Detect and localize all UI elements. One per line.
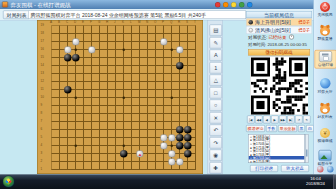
black-captures: 提0子 xyxy=(298,19,310,26)
sidebar-button-orb[interactable]: 对弈大厅 xyxy=(315,78,335,94)
board-letter-label: B xyxy=(58,21,60,24)
go-app-window: 弈友围棋 - 在线打谱观战 对局列表 腾讯野狐围棋对弈平台 2018-08-24… xyxy=(0,0,336,189)
nav-button[interactable]: ▶| xyxy=(287,116,295,124)
black-stone xyxy=(64,86,72,94)
board-number-label: 7 xyxy=(41,120,43,123)
board-number-label: 11 xyxy=(41,88,44,91)
star-point xyxy=(123,97,126,100)
start-button[interactable] xyxy=(3,176,15,188)
board-number-label: 18 xyxy=(41,32,44,35)
board-number-label: 5 xyxy=(41,136,43,139)
toolbar-button[interactable]: ◉ xyxy=(210,150,223,162)
white-captures: 提0子 xyxy=(298,27,310,34)
nav-button[interactable]: ◀ xyxy=(263,116,271,124)
board-letter-label: K xyxy=(122,21,124,24)
printer-icon xyxy=(319,51,332,62)
view-option-buttons: 棋谱评论手数显示坐标黑白 xyxy=(246,125,314,133)
toolbar-button[interactable]: ↷ xyxy=(210,137,223,149)
board-letter-label: D xyxy=(74,21,76,24)
black-stone xyxy=(184,134,192,142)
black-stone-icon xyxy=(249,20,254,25)
titlebar-menu-icon[interactable] xyxy=(223,2,229,8)
move-nav-buttons: |◀◀◀◀▶▶▶▶|↺↻ xyxy=(247,116,312,125)
sidebar-button-coin[interactable]: ¥棋谱商城 xyxy=(315,128,335,144)
sidebar-button-power[interactable]: 关闭棋局 xyxy=(315,2,335,18)
screen: 弈友围棋 - 在线打谱观战 对局列表 腾讯野狐围棋对弈平台 2018-08-24… xyxy=(0,0,336,189)
board-number-label: 15 xyxy=(41,56,44,59)
board-letter-label: P xyxy=(162,21,164,24)
orb-icon xyxy=(320,78,331,89)
qr-header: 微信扫码观战 xyxy=(248,49,310,56)
nav-button[interactable]: ◀◀ xyxy=(255,116,263,124)
board-letter-label: N xyxy=(146,21,148,24)
fox-icon xyxy=(320,26,330,36)
board-number-label: 10 xyxy=(41,96,44,99)
qr-code xyxy=(250,57,308,115)
last-move-marker: ▲ xyxy=(136,150,144,158)
board-letter-label: A xyxy=(50,21,52,24)
board-number-label: 4 xyxy=(41,144,43,147)
power-icon xyxy=(320,2,330,12)
game-time-line: 对局时间: 2018-08-25 00:00:35 xyxy=(246,42,312,49)
star-point xyxy=(171,97,174,100)
black-stone xyxy=(176,142,184,150)
sidebar-button-label: 棋谱商城 xyxy=(315,139,335,144)
move-list[interactable]: ○ 第168手(白)● 第169手(黑)○ 第170手(白)● 第171手(黑)… xyxy=(248,134,305,163)
sidebar-button-label: 对弈大厅 xyxy=(315,89,335,94)
sidebar-button-photo[interactable]: 截图分享 xyxy=(315,150,335,167)
white-stone xyxy=(168,150,176,158)
board-number-label: 2 xyxy=(41,160,43,163)
sidebar-button-label: 自动打谱 xyxy=(315,63,336,68)
black-stone xyxy=(72,54,80,62)
board-letter-label: Q xyxy=(170,21,172,24)
black-stone xyxy=(176,126,184,134)
star-point xyxy=(123,49,126,52)
board-number-label: 1 xyxy=(41,168,43,171)
status-label: 对局状态: xyxy=(248,35,267,40)
toolbar-button[interactable]: ▤ xyxy=(210,25,223,37)
sidebar-button-printer[interactable]: 自动打谱 xyxy=(315,50,336,69)
sidebar-button-label: 野狐直播 xyxy=(315,37,335,42)
board-letter-label: E xyxy=(82,21,84,24)
board-letter-label: S xyxy=(186,21,188,24)
coin-icon: ¥ xyxy=(320,128,330,138)
board-number-label: 9 xyxy=(41,104,43,107)
toolbar-button[interactable]: ✕ xyxy=(210,112,223,124)
black-stone xyxy=(176,62,184,70)
back-to-list-button[interactable]: 对局列表 xyxy=(3,11,30,20)
board-number-label: 13 xyxy=(41,72,44,75)
board-letter-label: R xyxy=(178,21,180,24)
board-letter-label: T xyxy=(194,21,196,24)
sidebar-button-label: 关闭棋局 xyxy=(315,13,335,18)
board-letter-label: F xyxy=(90,21,92,24)
black-stone xyxy=(184,150,192,158)
toolbar-button[interactable]: ✚ xyxy=(210,162,223,174)
clock-icon xyxy=(289,35,294,40)
white-stone xyxy=(168,134,176,142)
board-letter-label: C xyxy=(66,21,68,24)
sidebar-button-fox[interactable]: 野狐直播 xyxy=(315,26,335,42)
board-letter-label: J xyxy=(114,21,116,24)
star-point xyxy=(123,145,126,148)
star-point xyxy=(75,97,78,100)
white-stone xyxy=(72,38,80,46)
game-info-header: 当前棋局信息 xyxy=(246,11,312,18)
option-button[interactable]: 显示坐标 xyxy=(278,125,297,132)
titlebar-menu-icon[interactable] xyxy=(239,2,245,8)
white-stone xyxy=(176,158,184,166)
windows-logo-icon xyxy=(5,178,12,185)
white-stone: ▲ xyxy=(136,150,144,158)
status-value: 已经结束 xyxy=(269,35,287,40)
toolbar-button[interactable]: 1 xyxy=(210,62,223,74)
sidebar-mini-button[interactable] xyxy=(317,166,324,173)
player-row-black[interactable]: 海上升明月[5段] 提0子 xyxy=(246,18,312,26)
board-number-label: 6 xyxy=(41,128,43,131)
nav-button[interactable]: |◀ xyxy=(247,116,255,124)
white-player-name: 清风拂山岗[5段] xyxy=(255,27,298,34)
fox-icon xyxy=(320,104,330,114)
title-bar: 弈友围棋 - 在线打谱观战 xyxy=(0,0,336,9)
white-stone xyxy=(160,38,168,46)
white-stone xyxy=(168,158,176,166)
titlebar-menu-icon[interactable] xyxy=(247,2,253,8)
player-row-white[interactable]: 清风拂山岗[5段] 提0子 xyxy=(246,26,312,34)
option-button[interactable]: 黑 xyxy=(298,125,305,132)
toolbar-button[interactable]: ✎ xyxy=(210,37,223,49)
app-icon xyxy=(2,2,8,8)
board-number-label: 12 xyxy=(41,80,44,83)
toolbar-button[interactable]: ↶ xyxy=(210,125,223,137)
taskbar-clock[interactable]: 16:04 2018/8/24 xyxy=(300,176,331,187)
white-stone xyxy=(176,46,184,54)
nav-button[interactable]: ▶ xyxy=(271,116,279,124)
sidebar-button-label: 好友列表 xyxy=(315,115,335,120)
black-player-name: 海上升明月[5段] xyxy=(255,19,298,26)
titlebar-menu-icon[interactable] xyxy=(215,2,221,8)
board-letter-label: G xyxy=(98,21,100,24)
black-stone xyxy=(64,54,72,62)
titlebar-menu-icon[interactable] xyxy=(231,2,237,8)
print-kifu-button[interactable]: 打印棋谱 xyxy=(250,165,278,172)
white-stone-icon xyxy=(249,28,254,33)
nav-button[interactable]: ▶▶ xyxy=(279,116,287,124)
window-title: 弈友围棋 - 在线打谱观战 xyxy=(11,1,71,9)
clock-date: 2018/8/24 xyxy=(300,181,331,187)
board-number-label: 17 xyxy=(41,40,44,43)
side-button-column: 关闭棋局野狐直播自动打谱对弈大厅好友列表¥棋谱商城截图分享 xyxy=(313,0,336,174)
black-stone xyxy=(176,134,184,142)
board-letter-label: H xyxy=(106,21,108,24)
nav-button[interactable]: ↺ xyxy=(295,116,303,124)
star-point xyxy=(171,145,174,148)
nav-button[interactable]: ↻ xyxy=(303,116,311,124)
toolbar-button[interactable]: □ xyxy=(210,87,223,99)
star-point xyxy=(75,49,78,52)
board-number-label: 14 xyxy=(41,64,44,67)
game-status-line: 对局状态: 已经结束 xyxy=(246,35,312,42)
enlarge-board-button[interactable]: 放大棋盘 xyxy=(281,165,309,172)
photo-icon xyxy=(319,150,332,161)
black-stone xyxy=(184,142,192,150)
star-point xyxy=(171,49,174,52)
toolbar-button[interactable]: ○ xyxy=(210,100,223,112)
board-letter-label: O xyxy=(154,21,156,24)
black-stone xyxy=(120,150,128,158)
game-info-field: 腾讯野狐围棋对弈平台 2018-08-24 业余组网络预选赛 第5轮 黑贴6.5… xyxy=(28,11,246,20)
sidebar-button-fox[interactable]: 好友列表 xyxy=(315,104,335,120)
toolbar-button[interactable]: A xyxy=(210,50,223,62)
edit-toolbar: ▤✎A1△□○✕↶↷◉✚ xyxy=(207,20,223,174)
board-number-label: 16 xyxy=(41,48,44,51)
option-button[interactable]: 手数 xyxy=(266,125,277,132)
move-list-scrollbar[interactable] xyxy=(305,134,309,163)
black-stone xyxy=(184,126,192,134)
star-point xyxy=(75,145,78,148)
sidebar-mini-button[interactable] xyxy=(327,166,334,173)
board-letter-label: M xyxy=(138,21,141,24)
option-button[interactable]: 棋谱评论 xyxy=(246,125,265,132)
windows-taskbar: e◔▶●♪Q#✿ xyxy=(0,174,336,189)
board-number-label: 8 xyxy=(41,112,43,115)
white-stone xyxy=(88,46,96,54)
board-number-label: 19 xyxy=(41,24,44,27)
go-board[interactable]: ABCDEFGHJKLMNOPQRST191817161514131211109… xyxy=(37,20,203,174)
time-value: 2018-08-25 00:00:35 xyxy=(267,42,306,47)
board-number-label: 3 xyxy=(41,152,43,155)
board-letter-label: L xyxy=(130,21,132,24)
white-stone xyxy=(64,46,72,54)
white-stone xyxy=(160,134,168,142)
titlebar-menu-icons[interactable] xyxy=(215,2,255,8)
time-label: 对局时间: xyxy=(248,42,266,47)
move-list-item[interactable]: ● 第175手(黑) xyxy=(249,160,305,163)
white-stone xyxy=(160,142,168,150)
toolbar-button[interactable]: △ xyxy=(210,75,223,87)
